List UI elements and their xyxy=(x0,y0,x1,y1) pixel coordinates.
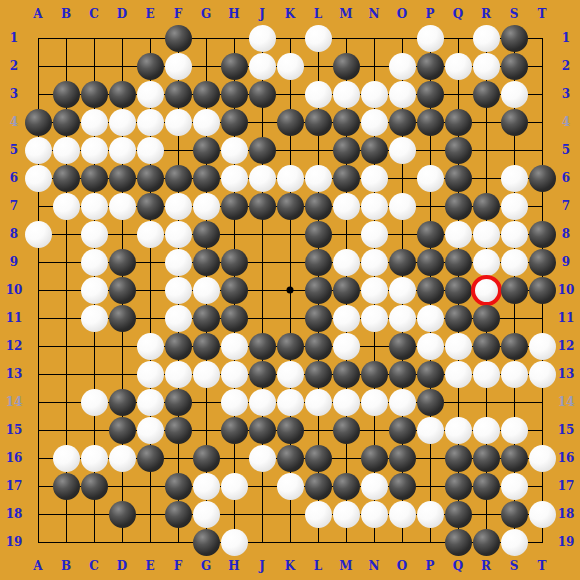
point-K5[interactable] xyxy=(276,136,304,164)
point-D14[interactable] xyxy=(108,388,136,416)
point-O6[interactable] xyxy=(388,164,416,192)
point-N6[interactable] xyxy=(360,164,388,192)
point-K6[interactable] xyxy=(276,164,304,192)
point-E5[interactable] xyxy=(136,136,164,164)
point-P3[interactable] xyxy=(416,80,444,108)
point-N4[interactable] xyxy=(360,108,388,136)
point-B8[interactable] xyxy=(52,220,80,248)
point-G2[interactable] xyxy=(192,52,220,80)
point-H5[interactable] xyxy=(220,136,248,164)
point-R5[interactable] xyxy=(472,136,500,164)
point-H4[interactable] xyxy=(220,108,248,136)
point-L4[interactable] xyxy=(304,108,332,136)
point-M17[interactable] xyxy=(332,472,360,500)
point-J7[interactable] xyxy=(248,192,276,220)
point-C16[interactable] xyxy=(80,444,108,472)
point-M16[interactable] xyxy=(332,444,360,472)
point-C4[interactable] xyxy=(80,108,108,136)
point-H3[interactable] xyxy=(220,80,248,108)
point-P12[interactable] xyxy=(416,332,444,360)
point-T18[interactable] xyxy=(528,500,556,528)
point-B17[interactable] xyxy=(52,472,80,500)
point-O15[interactable] xyxy=(388,416,416,444)
point-N7[interactable] xyxy=(360,192,388,220)
point-L12[interactable] xyxy=(304,332,332,360)
point-H15[interactable] xyxy=(220,416,248,444)
point-F9[interactable] xyxy=(164,248,192,276)
point-M8[interactable] xyxy=(332,220,360,248)
point-S9[interactable] xyxy=(500,248,528,276)
point-O14[interactable] xyxy=(388,388,416,416)
point-S5[interactable] xyxy=(500,136,528,164)
point-F5[interactable] xyxy=(164,136,192,164)
point-S19[interactable] xyxy=(500,528,528,556)
point-Q10[interactable] xyxy=(444,276,472,304)
point-G9[interactable] xyxy=(192,248,220,276)
point-E14[interactable] xyxy=(136,388,164,416)
point-T12[interactable] xyxy=(528,332,556,360)
point-H14[interactable] xyxy=(220,388,248,416)
point-S12[interactable] xyxy=(500,332,528,360)
point-L10[interactable] xyxy=(304,276,332,304)
point-F19[interactable] xyxy=(164,528,192,556)
point-C2[interactable] xyxy=(80,52,108,80)
point-A6[interactable] xyxy=(24,164,52,192)
point-C7[interactable] xyxy=(80,192,108,220)
point-T1[interactable] xyxy=(528,24,556,52)
point-R6[interactable] xyxy=(472,164,500,192)
point-D15[interactable] xyxy=(108,416,136,444)
point-N15[interactable] xyxy=(360,416,388,444)
point-B9[interactable] xyxy=(52,248,80,276)
point-H16[interactable] xyxy=(220,444,248,472)
point-G6[interactable] xyxy=(192,164,220,192)
point-T13[interactable] xyxy=(528,360,556,388)
point-M11[interactable] xyxy=(332,304,360,332)
point-E3[interactable] xyxy=(136,80,164,108)
point-Q4[interactable] xyxy=(444,108,472,136)
point-Q6[interactable] xyxy=(444,164,472,192)
point-P11[interactable] xyxy=(416,304,444,332)
point-O4[interactable] xyxy=(388,108,416,136)
point-M14[interactable] xyxy=(332,388,360,416)
point-A18[interactable] xyxy=(24,500,52,528)
point-L14[interactable] xyxy=(304,388,332,416)
point-S18[interactable] xyxy=(500,500,528,528)
point-H8[interactable] xyxy=(220,220,248,248)
point-R16[interactable] xyxy=(472,444,500,472)
point-J8[interactable] xyxy=(248,220,276,248)
point-O16[interactable] xyxy=(388,444,416,472)
point-H11[interactable] xyxy=(220,304,248,332)
point-F7[interactable] xyxy=(164,192,192,220)
point-R3[interactable] xyxy=(472,80,500,108)
point-P6[interactable] xyxy=(416,164,444,192)
point-Q11[interactable] xyxy=(444,304,472,332)
point-O18[interactable] xyxy=(388,500,416,528)
point-L6[interactable] xyxy=(304,164,332,192)
point-A17[interactable] xyxy=(24,472,52,500)
point-O8[interactable] xyxy=(388,220,416,248)
point-J15[interactable] xyxy=(248,416,276,444)
point-D18[interactable] xyxy=(108,500,136,528)
point-H13[interactable] xyxy=(220,360,248,388)
point-R19[interactable] xyxy=(472,528,500,556)
point-T6[interactable] xyxy=(528,164,556,192)
point-A2[interactable] xyxy=(24,52,52,80)
point-D8[interactable] xyxy=(108,220,136,248)
point-B2[interactable] xyxy=(52,52,80,80)
point-S15[interactable] xyxy=(500,416,528,444)
point-Q15[interactable] xyxy=(444,416,472,444)
point-Q7[interactable] xyxy=(444,192,472,220)
point-H1[interactable] xyxy=(220,24,248,52)
point-D9[interactable] xyxy=(108,248,136,276)
point-H18[interactable] xyxy=(220,500,248,528)
point-P13[interactable] xyxy=(416,360,444,388)
point-R9[interactable] xyxy=(472,248,500,276)
point-M1[interactable] xyxy=(332,24,360,52)
point-P5[interactable] xyxy=(416,136,444,164)
point-T4[interactable] xyxy=(528,108,556,136)
point-M12[interactable] xyxy=(332,332,360,360)
point-F8[interactable] xyxy=(164,220,192,248)
point-Q13[interactable] xyxy=(444,360,472,388)
point-A11[interactable] xyxy=(24,304,52,332)
point-Q8[interactable] xyxy=(444,220,472,248)
point-D4[interactable] xyxy=(108,108,136,136)
point-S14[interactable] xyxy=(500,388,528,416)
point-L19[interactable] xyxy=(304,528,332,556)
point-H12[interactable] xyxy=(220,332,248,360)
point-B14[interactable] xyxy=(52,388,80,416)
point-M5[interactable] xyxy=(332,136,360,164)
point-E1[interactable] xyxy=(136,24,164,52)
point-K18[interactable] xyxy=(276,500,304,528)
point-M9[interactable] xyxy=(332,248,360,276)
point-F15[interactable] xyxy=(164,416,192,444)
point-E13[interactable] xyxy=(136,360,164,388)
point-N14[interactable] xyxy=(360,388,388,416)
point-O19[interactable] xyxy=(388,528,416,556)
point-R17[interactable] xyxy=(472,472,500,500)
point-N13[interactable] xyxy=(360,360,388,388)
point-T10[interactable] xyxy=(528,276,556,304)
point-F2[interactable] xyxy=(164,52,192,80)
point-R7[interactable] xyxy=(472,192,500,220)
point-K13[interactable] xyxy=(276,360,304,388)
point-B18[interactable] xyxy=(52,500,80,528)
point-K14[interactable] xyxy=(276,388,304,416)
point-R1[interactable] xyxy=(472,24,500,52)
point-B11[interactable] xyxy=(52,304,80,332)
point-B3[interactable] xyxy=(52,80,80,108)
point-M6[interactable] xyxy=(332,164,360,192)
point-Q5[interactable] xyxy=(444,136,472,164)
point-B5[interactable] xyxy=(52,136,80,164)
point-C17[interactable] xyxy=(80,472,108,500)
point-S10[interactable] xyxy=(500,276,528,304)
point-N3[interactable] xyxy=(360,80,388,108)
point-R8[interactable] xyxy=(472,220,500,248)
point-A8[interactable] xyxy=(24,220,52,248)
point-B6[interactable] xyxy=(52,164,80,192)
point-C15[interactable] xyxy=(80,416,108,444)
point-J14[interactable] xyxy=(248,388,276,416)
point-K15[interactable] xyxy=(276,416,304,444)
point-D17[interactable] xyxy=(108,472,136,500)
point-F11[interactable] xyxy=(164,304,192,332)
point-A1[interactable] xyxy=(24,24,52,52)
point-B1[interactable] xyxy=(52,24,80,52)
point-A7[interactable] xyxy=(24,192,52,220)
point-K12[interactable] xyxy=(276,332,304,360)
point-A19[interactable] xyxy=(24,528,52,556)
point-E2[interactable] xyxy=(136,52,164,80)
point-S3[interactable] xyxy=(500,80,528,108)
point-S2[interactable] xyxy=(500,52,528,80)
point-N12[interactable] xyxy=(360,332,388,360)
point-Q17[interactable] xyxy=(444,472,472,500)
point-N16[interactable] xyxy=(360,444,388,472)
point-A5[interactable] xyxy=(24,136,52,164)
point-D3[interactable] xyxy=(108,80,136,108)
point-E17[interactable] xyxy=(136,472,164,500)
point-L13[interactable] xyxy=(304,360,332,388)
point-G1[interactable] xyxy=(192,24,220,52)
point-L8[interactable] xyxy=(304,220,332,248)
point-O7[interactable] xyxy=(388,192,416,220)
point-E16[interactable] xyxy=(136,444,164,472)
point-S17[interactable] xyxy=(500,472,528,500)
point-M19[interactable] xyxy=(332,528,360,556)
point-P2[interactable] xyxy=(416,52,444,80)
point-J19[interactable] xyxy=(248,528,276,556)
point-K17[interactable] xyxy=(276,472,304,500)
point-L18[interactable] xyxy=(304,500,332,528)
point-M10[interactable] xyxy=(332,276,360,304)
point-T7[interactable] xyxy=(528,192,556,220)
point-E7[interactable] xyxy=(136,192,164,220)
point-C9[interactable] xyxy=(80,248,108,276)
point-A14[interactable] xyxy=(24,388,52,416)
point-L17[interactable] xyxy=(304,472,332,500)
point-G17[interactable] xyxy=(192,472,220,500)
point-A3[interactable] xyxy=(24,80,52,108)
point-G5[interactable] xyxy=(192,136,220,164)
point-K10[interactable] xyxy=(276,276,304,304)
point-M2[interactable] xyxy=(332,52,360,80)
point-G18[interactable] xyxy=(192,500,220,528)
point-J17[interactable] xyxy=(248,472,276,500)
point-Q16[interactable] xyxy=(444,444,472,472)
point-M13[interactable] xyxy=(332,360,360,388)
point-C18[interactable] xyxy=(80,500,108,528)
point-E9[interactable] xyxy=(136,248,164,276)
point-G13[interactable] xyxy=(192,360,220,388)
point-B4[interactable] xyxy=(52,108,80,136)
point-T15[interactable] xyxy=(528,416,556,444)
point-E19[interactable] xyxy=(136,528,164,556)
point-G3[interactable] xyxy=(192,80,220,108)
point-T8[interactable] xyxy=(528,220,556,248)
point-P10[interactable] xyxy=(416,276,444,304)
point-L11[interactable] xyxy=(304,304,332,332)
point-M3[interactable] xyxy=(332,80,360,108)
point-T9[interactable] xyxy=(528,248,556,276)
point-E18[interactable] xyxy=(136,500,164,528)
point-E8[interactable] xyxy=(136,220,164,248)
point-D11[interactable] xyxy=(108,304,136,332)
point-G8[interactable] xyxy=(192,220,220,248)
point-P18[interactable] xyxy=(416,500,444,528)
point-J13[interactable] xyxy=(248,360,276,388)
point-C1[interactable] xyxy=(80,24,108,52)
point-F4[interactable] xyxy=(164,108,192,136)
point-S6[interactable] xyxy=(500,164,528,192)
point-Q3[interactable] xyxy=(444,80,472,108)
point-J9[interactable] xyxy=(248,248,276,276)
point-J4[interactable] xyxy=(248,108,276,136)
point-R15[interactable] xyxy=(472,416,500,444)
point-D13[interactable] xyxy=(108,360,136,388)
point-D1[interactable] xyxy=(108,24,136,52)
point-C19[interactable] xyxy=(80,528,108,556)
point-F17[interactable] xyxy=(164,472,192,500)
point-B10[interactable] xyxy=(52,276,80,304)
point-J3[interactable] xyxy=(248,80,276,108)
point-H17[interactable] xyxy=(220,472,248,500)
point-G16[interactable] xyxy=(192,444,220,472)
point-R18[interactable] xyxy=(472,500,500,528)
point-B16[interactable] xyxy=(52,444,80,472)
point-J5[interactable] xyxy=(248,136,276,164)
point-K4[interactable] xyxy=(276,108,304,136)
point-N1[interactable] xyxy=(360,24,388,52)
point-B13[interactable] xyxy=(52,360,80,388)
point-Q18[interactable] xyxy=(444,500,472,528)
point-Q2[interactable] xyxy=(444,52,472,80)
point-J12[interactable] xyxy=(248,332,276,360)
point-S13[interactable] xyxy=(500,360,528,388)
point-G15[interactable] xyxy=(192,416,220,444)
point-O17[interactable] xyxy=(388,472,416,500)
point-N11[interactable] xyxy=(360,304,388,332)
point-M7[interactable] xyxy=(332,192,360,220)
point-H6[interactable] xyxy=(220,164,248,192)
point-N5[interactable] xyxy=(360,136,388,164)
point-L9[interactable] xyxy=(304,248,332,276)
point-F3[interactable] xyxy=(164,80,192,108)
point-D7[interactable] xyxy=(108,192,136,220)
point-O11[interactable] xyxy=(388,304,416,332)
point-R14[interactable] xyxy=(472,388,500,416)
point-T5[interactable] xyxy=(528,136,556,164)
point-P8[interactable] xyxy=(416,220,444,248)
point-S1[interactable] xyxy=(500,24,528,52)
point-K11[interactable] xyxy=(276,304,304,332)
point-P14[interactable] xyxy=(416,388,444,416)
point-F1[interactable] xyxy=(164,24,192,52)
point-T17[interactable] xyxy=(528,472,556,500)
point-J18[interactable] xyxy=(248,500,276,528)
point-R13[interactable] xyxy=(472,360,500,388)
point-L15[interactable] xyxy=(304,416,332,444)
point-D6[interactable] xyxy=(108,164,136,192)
point-O12[interactable] xyxy=(388,332,416,360)
point-E6[interactable] xyxy=(136,164,164,192)
point-C10[interactable] xyxy=(80,276,108,304)
point-D5[interactable] xyxy=(108,136,136,164)
point-D12[interactable] xyxy=(108,332,136,360)
point-C11[interactable] xyxy=(80,304,108,332)
point-K3[interactable] xyxy=(276,80,304,108)
point-C12[interactable] xyxy=(80,332,108,360)
point-M15[interactable] xyxy=(332,416,360,444)
point-B15[interactable] xyxy=(52,416,80,444)
point-T2[interactable] xyxy=(528,52,556,80)
point-T3[interactable] xyxy=(528,80,556,108)
point-M18[interactable] xyxy=(332,500,360,528)
point-K2[interactable] xyxy=(276,52,304,80)
point-E15[interactable] xyxy=(136,416,164,444)
point-D2[interactable] xyxy=(108,52,136,80)
point-G10[interactable] xyxy=(192,276,220,304)
point-G12[interactable] xyxy=(192,332,220,360)
point-R11[interactable] xyxy=(472,304,500,332)
point-O5[interactable] xyxy=(388,136,416,164)
point-C13[interactable] xyxy=(80,360,108,388)
point-B19[interactable] xyxy=(52,528,80,556)
point-A13[interactable] xyxy=(24,360,52,388)
point-G4[interactable] xyxy=(192,108,220,136)
point-D16[interactable] xyxy=(108,444,136,472)
point-B12[interactable] xyxy=(52,332,80,360)
point-T16[interactable] xyxy=(528,444,556,472)
point-R4[interactable] xyxy=(472,108,500,136)
point-P7[interactable] xyxy=(416,192,444,220)
point-G11[interactable] xyxy=(192,304,220,332)
point-K9[interactable] xyxy=(276,248,304,276)
point-C14[interactable] xyxy=(80,388,108,416)
point-N17[interactable] xyxy=(360,472,388,500)
point-S8[interactable] xyxy=(500,220,528,248)
point-L1[interactable] xyxy=(304,24,332,52)
point-S16[interactable] xyxy=(500,444,528,472)
point-R12[interactable] xyxy=(472,332,500,360)
point-S4[interactable] xyxy=(500,108,528,136)
point-R2[interactable] xyxy=(472,52,500,80)
point-S7[interactable] xyxy=(500,192,528,220)
point-F6[interactable] xyxy=(164,164,192,192)
point-Q19[interactable] xyxy=(444,528,472,556)
point-A9[interactable] xyxy=(24,248,52,276)
point-C5[interactable] xyxy=(80,136,108,164)
point-F13[interactable] xyxy=(164,360,192,388)
point-J6[interactable] xyxy=(248,164,276,192)
point-L16[interactable] xyxy=(304,444,332,472)
point-J16[interactable] xyxy=(248,444,276,472)
point-O10[interactable] xyxy=(388,276,416,304)
point-M4[interactable] xyxy=(332,108,360,136)
point-Q9[interactable] xyxy=(444,248,472,276)
point-A16[interactable] xyxy=(24,444,52,472)
point-R10[interactable] xyxy=(472,276,500,304)
point-J1[interactable] xyxy=(248,24,276,52)
point-N10[interactable] xyxy=(360,276,388,304)
point-F12[interactable] xyxy=(164,332,192,360)
point-N2[interactable] xyxy=(360,52,388,80)
